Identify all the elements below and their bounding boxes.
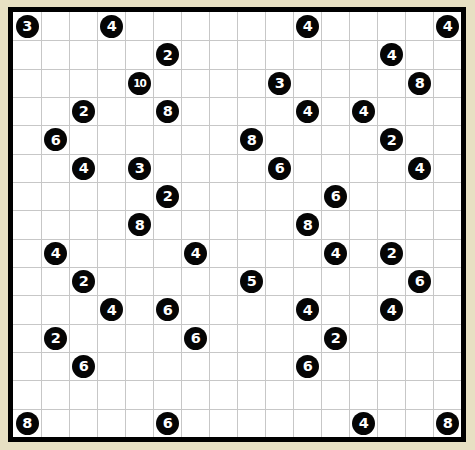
- cell-r13c13[interactable]: [377, 380, 405, 408]
- cell-r0c5[interactable]: [153, 12, 181, 40]
- cell-r5c2[interactable]: 4: [69, 154, 97, 182]
- cell-r1c8[interactable]: [237, 40, 265, 68]
- clue-disc: 4: [72, 157, 95, 180]
- cell-r2c1[interactable]: [41, 69, 69, 97]
- clue-disc: 8: [436, 412, 459, 435]
- cell-r9c0[interactable]: [13, 267, 41, 295]
- cell-r0c13[interactable]: [377, 12, 405, 40]
- cell-r6c15[interactable]: [433, 182, 461, 210]
- cell-r3c10[interactable]: 4: [293, 97, 321, 125]
- cell-r6c4[interactable]: [125, 182, 153, 210]
- cell-r9c8[interactable]: 5: [237, 267, 265, 295]
- clue-disc: 6: [184, 327, 207, 350]
- cell-r5c3[interactable]: [97, 154, 125, 182]
- cell-r2c15[interactable]: [433, 69, 461, 97]
- clue-disc: 2: [156, 43, 179, 66]
- cell-r5c7[interactable]: [209, 154, 237, 182]
- cell-r14c15[interactable]: 8: [433, 409, 461, 437]
- cell-r12c13[interactable]: [377, 352, 405, 380]
- cell-r6c12[interactable]: [349, 182, 377, 210]
- cell-r0c0[interactable]: 3: [13, 12, 41, 40]
- cell-r3c7[interactable]: [209, 97, 237, 125]
- cell-r5c8[interactable]: [237, 154, 265, 182]
- cell-r8c1[interactable]: 4: [41, 239, 69, 267]
- cell-r12c4[interactable]: [125, 352, 153, 380]
- cell-r13c3[interactable]: [97, 380, 125, 408]
- cell-r7c3[interactable]: [97, 210, 125, 238]
- cell-r12c14[interactable]: [405, 352, 433, 380]
- cell-r13c10[interactable]: [293, 380, 321, 408]
- cell-r8c12[interactable]: [349, 239, 377, 267]
- clue-disc: 2: [156, 185, 179, 208]
- cell-r5c1[interactable]: [41, 154, 69, 182]
- cell-r7c2[interactable]: [69, 210, 97, 238]
- clue-disc: 2: [324, 327, 347, 350]
- cell-r1c12[interactable]: [349, 40, 377, 68]
- clue-disc: 10: [128, 72, 151, 95]
- cell-r5c11[interactable]: [321, 154, 349, 182]
- cell-r6c0[interactable]: [13, 182, 41, 210]
- clue-disc: 4: [44, 242, 67, 265]
- cell-r1c5[interactable]: 2: [153, 40, 181, 68]
- clue-disc: 2: [72, 100, 95, 123]
- cell-r8c11[interactable]: 4: [321, 239, 349, 267]
- cell-r2c12[interactable]: [349, 69, 377, 97]
- cell-r11c10[interactable]: [293, 324, 321, 352]
- cell-r8c7[interactable]: [209, 239, 237, 267]
- cell-r13c0[interactable]: [13, 380, 41, 408]
- cell-r11c12[interactable]: [349, 324, 377, 352]
- cell-r13c8[interactable]: [237, 380, 265, 408]
- cell-r10c8[interactable]: [237, 295, 265, 323]
- cell-r3c15[interactable]: [433, 97, 461, 125]
- clue-disc: 6: [156, 298, 179, 321]
- cell-r9c2[interactable]: 2: [69, 267, 97, 295]
- cell-r8c14[interactable]: [405, 239, 433, 267]
- cell-r5c15[interactable]: [433, 154, 461, 182]
- cell-r11c13[interactable]: [377, 324, 405, 352]
- cell-r0c7[interactable]: [209, 12, 237, 40]
- puzzle-board: 3444241038284468243642688444225646442626…: [8, 7, 466, 442]
- cell-r13c9[interactable]: [265, 380, 293, 408]
- clue-disc: 5: [240, 270, 263, 293]
- cell-r9c1[interactable]: [41, 267, 69, 295]
- cell-r1c10[interactable]: [293, 40, 321, 68]
- cell-r3c4[interactable]: [125, 97, 153, 125]
- cell-r3c14[interactable]: [405, 97, 433, 125]
- clue-disc: 6: [44, 128, 67, 151]
- cell-r2c4[interactable]: 10: [125, 69, 153, 97]
- cell-r4c0[interactable]: [13, 125, 41, 153]
- clue-disc: 2: [72, 270, 95, 293]
- cell-r11c9[interactable]: [265, 324, 293, 352]
- cell-r10c12[interactable]: [349, 295, 377, 323]
- cell-r9c13[interactable]: [377, 267, 405, 295]
- cell-r13c4[interactable]: [125, 380, 153, 408]
- cell-r7c9[interactable]: [265, 210, 293, 238]
- cell-r1c9[interactable]: [265, 40, 293, 68]
- page-background: { "game": "Shikaku-style numbered-circle…: [0, 0, 475, 450]
- cell-r4c13[interactable]: 2: [377, 125, 405, 153]
- cell-r6c10[interactable]: [293, 182, 321, 210]
- cell-r3c2[interactable]: 2: [69, 97, 97, 125]
- cell-r9c5[interactable]: [153, 267, 181, 295]
- cell-r12c7[interactable]: [209, 352, 237, 380]
- cell-r10c14[interactable]: [405, 295, 433, 323]
- clue-disc: 4: [296, 15, 319, 38]
- cell-r7c12[interactable]: [349, 210, 377, 238]
- cell-r3c12[interactable]: 4: [349, 97, 377, 125]
- clue-disc: 4: [352, 100, 375, 123]
- cell-r14c4[interactable]: [125, 409, 153, 437]
- cell-r6c11[interactable]: 6: [321, 182, 349, 210]
- cell-r6c3[interactable]: [97, 182, 125, 210]
- cell-r2c5[interactable]: [153, 69, 181, 97]
- cell-r12c3[interactable]: [97, 352, 125, 380]
- cell-r10c2[interactable]: [69, 295, 97, 323]
- cell-r1c14[interactable]: [405, 40, 433, 68]
- cell-r9c14[interactable]: 6: [405, 267, 433, 295]
- cell-r3c3[interactable]: [97, 97, 125, 125]
- cell-r2c2[interactable]: [69, 69, 97, 97]
- cell-r4c1[interactable]: 6: [41, 125, 69, 153]
- cell-r0c4[interactable]: [125, 12, 153, 40]
- cell-r5c9[interactable]: 6: [265, 154, 293, 182]
- cell-r8c2[interactable]: [69, 239, 97, 267]
- cell-r13c2[interactable]: [69, 380, 97, 408]
- cell-r14c8[interactable]: [237, 409, 265, 437]
- cell-r12c11[interactable]: [321, 352, 349, 380]
- clue-disc: 8: [296, 213, 319, 236]
- cell-r9c9[interactable]: [265, 267, 293, 295]
- cell-r3c13[interactable]: [377, 97, 405, 125]
- clue-disc: 6: [324, 185, 347, 208]
- cell-r11c7[interactable]: [209, 324, 237, 352]
- clue-disc: 3: [16, 15, 39, 38]
- cell-r2c13[interactable]: [377, 69, 405, 97]
- cell-r4c6[interactable]: [181, 125, 209, 153]
- cell-r11c6[interactable]: 6: [181, 324, 209, 352]
- cell-r2c14[interactable]: 8: [405, 69, 433, 97]
- cell-r11c15[interactable]: [433, 324, 461, 352]
- cell-r10c11[interactable]: [321, 295, 349, 323]
- clue-disc: 4: [380, 298, 403, 321]
- cell-r10c5[interactable]: 6: [153, 295, 181, 323]
- cell-r10c4[interactable]: [125, 295, 153, 323]
- clue-disc: 4: [100, 15, 123, 38]
- clue-disc: 6: [156, 412, 179, 435]
- cell-r6c8[interactable]: [237, 182, 265, 210]
- cell-r11c11[interactable]: 2: [321, 324, 349, 352]
- cell-r5c0[interactable]: [13, 154, 41, 182]
- cell-r6c9[interactable]: [265, 182, 293, 210]
- cell-r11c0[interactable]: [13, 324, 41, 352]
- clue-disc: 4: [436, 15, 459, 38]
- clue-disc: 3: [268, 72, 291, 95]
- clue-disc: 8: [16, 412, 39, 435]
- cell-r8c0[interactable]: [13, 239, 41, 267]
- cell-r11c5[interactable]: [153, 324, 181, 352]
- clue-disc: 2: [44, 327, 67, 350]
- cell-r1c7[interactable]: [209, 40, 237, 68]
- cell-r10c10[interactable]: 4: [293, 295, 321, 323]
- cell-r12c1[interactable]: [41, 352, 69, 380]
- cell-r0c12[interactable]: [349, 12, 377, 40]
- cell-r5c10[interactable]: [293, 154, 321, 182]
- cell-r5c14[interactable]: 4: [405, 154, 433, 182]
- cell-r14c10[interactable]: [293, 409, 321, 437]
- clue-disc: 6: [408, 270, 431, 293]
- cell-r9c12[interactable]: [349, 267, 377, 295]
- cell-r0c6[interactable]: [181, 12, 209, 40]
- clue-disc: 8: [128, 213, 151, 236]
- cell-r7c1[interactable]: [41, 210, 69, 238]
- clue-disc: 6: [296, 355, 319, 378]
- cell-r0c1[interactable]: [41, 12, 69, 40]
- cell-r5c5[interactable]: [153, 154, 181, 182]
- cell-r10c0[interactable]: [13, 295, 41, 323]
- cell-r11c4[interactable]: [125, 324, 153, 352]
- cell-r13c7[interactable]: [209, 380, 237, 408]
- cell-r14c7[interactable]: [209, 409, 237, 437]
- cell-r11c14[interactable]: [405, 324, 433, 352]
- cell-r11c8[interactable]: [237, 324, 265, 352]
- cell-r9c4[interactable]: [125, 267, 153, 295]
- cell-r6c14[interactable]: [405, 182, 433, 210]
- cell-r6c5[interactable]: 2: [153, 182, 181, 210]
- cell-r7c0[interactable]: [13, 210, 41, 238]
- cell-r6c1[interactable]: [41, 182, 69, 210]
- cell-r6c2[interactable]: [69, 182, 97, 210]
- cell-r10c9[interactable]: [265, 295, 293, 323]
- cell-r8c5[interactable]: [153, 239, 181, 267]
- cell-r0c15[interactable]: 4: [433, 12, 461, 40]
- cell-r7c7[interactable]: [209, 210, 237, 238]
- cell-r1c1[interactable]: [41, 40, 69, 68]
- cell-r14c3[interactable]: [97, 409, 125, 437]
- cell-r1c0[interactable]: [13, 40, 41, 68]
- cell-r2c3[interactable]: [97, 69, 125, 97]
- cell-r7c6[interactable]: [181, 210, 209, 238]
- cell-r5c6[interactable]: [181, 154, 209, 182]
- cell-r13c5[interactable]: [153, 380, 181, 408]
- cell-r7c10[interactable]: 8: [293, 210, 321, 238]
- cell-r1c6[interactable]: [181, 40, 209, 68]
- cell-r14c0[interactable]: 8: [13, 409, 41, 437]
- cell-r14c14[interactable]: [405, 409, 433, 437]
- cell-r12c6[interactable]: [181, 352, 209, 380]
- cell-r14c11[interactable]: [321, 409, 349, 437]
- clue-disc: 4: [296, 298, 319, 321]
- cell-r1c2[interactable]: [69, 40, 97, 68]
- cell-r8c13[interactable]: 2: [377, 239, 405, 267]
- cell-r14c9[interactable]: [265, 409, 293, 437]
- cell-r14c12[interactable]: 4: [349, 409, 377, 437]
- cell-r4c3[interactable]: [97, 125, 125, 153]
- cell-r11c1[interactable]: 2: [41, 324, 69, 352]
- cell-r13c14[interactable]: [405, 380, 433, 408]
- cell-r10c7[interactable]: [209, 295, 237, 323]
- cell-r4c14[interactable]: [405, 125, 433, 153]
- cell-r0c14[interactable]: [405, 12, 433, 40]
- cell-r3c11[interactable]: [321, 97, 349, 125]
- cell-r0c9[interactable]: [265, 12, 293, 40]
- cell-r6c13[interactable]: [377, 182, 405, 210]
- cell-r10c6[interactable]: [181, 295, 209, 323]
- clue-disc: 3: [128, 157, 151, 180]
- cell-r2c10[interactable]: [293, 69, 321, 97]
- cell-r3c5[interactable]: 8: [153, 97, 181, 125]
- cell-r9c6[interactable]: [181, 267, 209, 295]
- cell-r13c12[interactable]: [349, 380, 377, 408]
- cell-r12c15[interactable]: [433, 352, 461, 380]
- cell-r9c3[interactable]: [97, 267, 125, 295]
- cell-r7c14[interactable]: [405, 210, 433, 238]
- cell-r13c11[interactable]: [321, 380, 349, 408]
- cell-r1c15[interactable]: [433, 40, 461, 68]
- cell-r12c9[interactable]: [265, 352, 293, 380]
- cell-r5c4[interactable]: 3: [125, 154, 153, 182]
- clue-disc: 4: [408, 157, 431, 180]
- cell-r10c13[interactable]: 4: [377, 295, 405, 323]
- cell-r1c13[interactable]: 4: [377, 40, 405, 68]
- cell-r14c1[interactable]: [41, 409, 69, 437]
- cell-r12c10[interactable]: 6: [293, 352, 321, 380]
- clue-disc: 6: [268, 157, 291, 180]
- cell-r2c6[interactable]: [181, 69, 209, 97]
- cell-r4c9[interactable]: [265, 125, 293, 153]
- cell-r9c7[interactable]: [209, 267, 237, 295]
- cell-r3c9[interactable]: [265, 97, 293, 125]
- cell-r13c6[interactable]: [181, 380, 209, 408]
- cell-r4c5[interactable]: [153, 125, 181, 153]
- cell-r11c3[interactable]: [97, 324, 125, 352]
- cell-r0c2[interactable]: [69, 12, 97, 40]
- cell-r12c0[interactable]: [13, 352, 41, 380]
- clue-disc: 4: [352, 412, 375, 435]
- cell-r0c10[interactable]: 4: [293, 12, 321, 40]
- cell-r4c4[interactable]: [125, 125, 153, 153]
- cell-r10c15[interactable]: [433, 295, 461, 323]
- cell-r4c11[interactable]: [321, 125, 349, 153]
- cell-r0c11[interactable]: [321, 12, 349, 40]
- cell-r10c3[interactable]: 4: [97, 295, 125, 323]
- clue-disc: 2: [380, 242, 403, 265]
- cell-r13c1[interactable]: [41, 380, 69, 408]
- cell-r3c6[interactable]: [181, 97, 209, 125]
- cell-r7c13[interactable]: [377, 210, 405, 238]
- cell-r12c8[interactable]: [237, 352, 265, 380]
- cell-r1c4[interactable]: [125, 40, 153, 68]
- cell-r4c15[interactable]: [433, 125, 461, 153]
- cell-r9c10[interactable]: [293, 267, 321, 295]
- cell-r4c10[interactable]: [293, 125, 321, 153]
- cell-r14c13[interactable]: [377, 409, 405, 437]
- cell-r5c13[interactable]: [377, 154, 405, 182]
- cell-r12c2[interactable]: 6: [69, 352, 97, 380]
- cell-r7c8[interactable]: [237, 210, 265, 238]
- cell-r8c15[interactable]: [433, 239, 461, 267]
- cell-r6c6[interactable]: [181, 182, 209, 210]
- cell-r12c5[interactable]: [153, 352, 181, 380]
- cell-r2c11[interactable]: [321, 69, 349, 97]
- clue-disc: 4: [296, 100, 319, 123]
- clue-disc: 6: [72, 355, 95, 378]
- clue-disc: 4: [100, 298, 123, 321]
- cell-r14c2[interactable]: [69, 409, 97, 437]
- cell-r11c2[interactable]: [69, 324, 97, 352]
- cell-r8c8[interactable]: [237, 239, 265, 267]
- cell-r2c7[interactable]: [209, 69, 237, 97]
- cell-r0c8[interactable]: [237, 12, 265, 40]
- cell-r14c6[interactable]: [181, 409, 209, 437]
- cell-r7c4[interactable]: 8: [125, 210, 153, 238]
- cell-r6c7[interactable]: [209, 182, 237, 210]
- cell-r14c5[interactable]: 6: [153, 409, 181, 437]
- cell-r13c15[interactable]: [433, 380, 461, 408]
- cell-r8c9[interactable]: [265, 239, 293, 267]
- cell-r7c11[interactable]: [321, 210, 349, 238]
- clue-disc: 8: [156, 100, 179, 123]
- cell-r8c3[interactable]: [97, 239, 125, 267]
- cell-r1c11[interactable]: [321, 40, 349, 68]
- cell-r3c1[interactable]: [41, 97, 69, 125]
- cell-r4c2[interactable]: [69, 125, 97, 153]
- cell-r8c4[interactable]: [125, 239, 153, 267]
- cell-r1c3[interactable]: [97, 40, 125, 68]
- cell-r3c0[interactable]: [13, 97, 41, 125]
- clue-disc: 4: [324, 242, 347, 265]
- cell-r8c10[interactable]: [293, 239, 321, 267]
- clue-disc: 8: [240, 128, 263, 151]
- cell-r7c5[interactable]: [153, 210, 181, 238]
- cell-r5c12[interactable]: [349, 154, 377, 182]
- clue-disc: 4: [184, 242, 207, 265]
- cell-r4c8[interactable]: 8: [237, 125, 265, 153]
- cell-r2c8[interactable]: [237, 69, 265, 97]
- clue-disc: 8: [408, 72, 431, 95]
- cell-r2c0[interactable]: [13, 69, 41, 97]
- cell-r0c3[interactable]: 4: [97, 12, 125, 40]
- clue-disc: 2: [380, 128, 403, 151]
- cell-r2c9[interactable]: 3: [265, 69, 293, 97]
- cell-r12c12[interactable]: [349, 352, 377, 380]
- cell-r8c6[interactable]: 4: [181, 239, 209, 267]
- cell-r4c7[interactable]: [209, 125, 237, 153]
- cell-r7c15[interactable]: [433, 210, 461, 238]
- clue-disc: 4: [380, 43, 403, 66]
- cell-r4c12[interactable]: [349, 125, 377, 153]
- cell-r9c11[interactable]: [321, 267, 349, 295]
- cell-r9c15[interactable]: [433, 267, 461, 295]
- cell-r3c8[interactable]: [237, 97, 265, 125]
- cell-r10c1[interactable]: [41, 295, 69, 323]
